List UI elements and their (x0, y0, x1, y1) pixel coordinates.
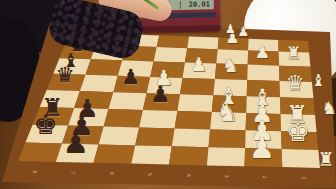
rank-label-7: 7 (70, 171, 76, 174)
light-bishop-right-edge[interactable]: ♝ (311, 73, 325, 89)
square-g3[interactable] (209, 129, 246, 148)
rank-label-1: 1 (301, 176, 307, 179)
piece-black-pawn-d6[interactable]: ♟ (122, 67, 141, 88)
piece-white-king-g1[interactable]: ♚ (286, 119, 310, 146)
square-h5[interactable] (131, 145, 172, 164)
piece-white-pawn-b2[interactable]: ♟ (255, 44, 270, 61)
rank-label-2: 2 (262, 175, 268, 178)
clock-right-time: 20.01 (189, 0, 210, 8)
piece-white-rook-b1[interactable]: ♜ (286, 45, 301, 62)
square-f4[interactable] (175, 111, 212, 129)
square-g4[interactable] (172, 128, 210, 147)
piece-black-pawn-h7[interactable]: ♟ (63, 129, 89, 158)
square-a5[interactable] (157, 35, 189, 48)
square-h8[interactable] (18, 143, 62, 162)
square-c7[interactable] (86, 59, 123, 76)
rank-label-8: 8 (32, 170, 38, 173)
clock-display-divider (179, 1, 180, 9)
square-d4[interactable] (180, 78, 215, 95)
square-g6[interactable] (99, 127, 140, 146)
piece-white-queen-d1[interactable]: ♛ (286, 73, 305, 94)
light-rook-bottom-right[interactable]: ♜ (318, 150, 335, 169)
square-e4[interactable] (177, 94, 213, 112)
piece-white-pawn-c4[interactable]: ♟ (190, 55, 207, 74)
square-g5[interactable] (135, 128, 174, 147)
square-a4[interactable] (187, 37, 219, 50)
square-d7[interactable] (80, 75, 118, 92)
square-f6[interactable] (104, 109, 143, 127)
piece-white-knight-c3[interactable]: ♞ (222, 56, 239, 75)
light-pawn-by-clock[interactable]: ♟ (225, 23, 236, 35)
chess-game-photo: 87654321 ♜♞♝♛♜♚♟♟♟♟♟♟♟♟♟♟♞♝♞♟♝♟♟♟♜♛♜♚♟♟♝… (0, 0, 336, 189)
rank-label-5: 5 (147, 173, 153, 176)
piece-black-pawn-e5[interactable]: ♟ (150, 83, 170, 106)
square-e6[interactable] (109, 92, 147, 110)
square-f5[interactable] (139, 110, 177, 128)
rank-label-6: 6 (109, 172, 115, 175)
piece-black-king-g8[interactable]: ♚ (34, 112, 58, 139)
rank-label-4: 4 (186, 174, 192, 177)
light-knight-right-edge[interactable]: ♞ (322, 100, 336, 117)
rank-label-3: 3 (224, 175, 230, 178)
square-h4[interactable] (169, 146, 209, 165)
piece-black-queen-d8[interactable]: ♛ (56, 65, 75, 86)
square-h6[interactable] (94, 145, 136, 164)
square-b5[interactable] (154, 47, 188, 62)
square-h1[interactable] (282, 149, 320, 168)
piece-white-knight-f3[interactable]: ♞ (216, 101, 238, 126)
light-pawn-by-clock-2[interactable]: ♟ (238, 25, 250, 38)
square-c2[interactable] (247, 65, 279, 82)
square-h3[interactable] (207, 147, 245, 166)
piece-white-pawn-h2[interactable]: ♟ (249, 134, 275, 163)
